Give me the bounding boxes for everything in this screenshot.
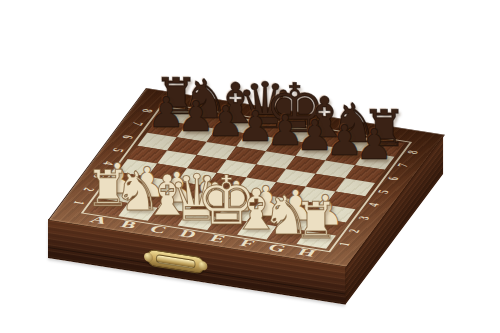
chess-set-product-photo: ABCDEFGH8877665544332211 ♜♞♝♟♛♟♚♟♝♟♞♟♜♟♟… [0,0,500,333]
brass-clasp [147,249,204,275]
clasp-end-left [144,252,153,262]
clasp-end-right [198,261,207,271]
